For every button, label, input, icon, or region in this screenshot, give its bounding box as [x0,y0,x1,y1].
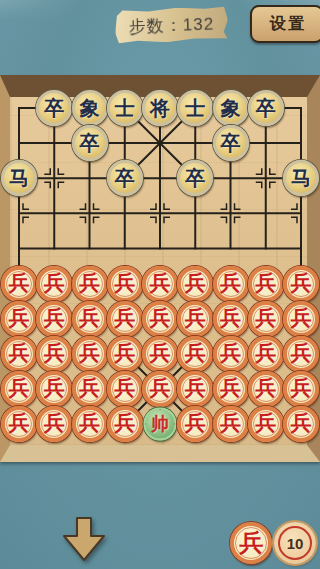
piece-glyph: 马 [291,168,311,188]
piece-red-soldier[interactable]: 兵 [283,406,319,442]
piece-glyph: 兵 [9,413,30,434]
piece-red-soldier[interactable]: 兵 [283,301,319,337]
piece-red-soldier[interactable]: 兵 [1,301,37,337]
piece-red-soldier[interactable]: 兵 [72,301,108,337]
piece-red-soldier[interactable]: 兵 [36,406,72,442]
piece-glyph: 兵 [79,413,100,434]
piece-glyph: 卒 [185,168,205,188]
piece-glyph: 兵 [150,273,171,294]
settings-button-label: 设置 [270,14,308,35]
piece-glyph: 帅 [151,415,169,433]
piece-glyph: 兵 [44,308,65,329]
piece-red-soldier[interactable]: 兵 [177,406,213,442]
piece-black-advisor[interactable]: 士 [107,90,143,126]
piece-red-soldier[interactable]: 兵 [72,266,108,302]
piece-red-soldier[interactable]: 兵 [177,266,213,302]
piece-red-soldier[interactable]: 兵 [1,371,37,407]
piece-glyph: 兵 [114,273,135,294]
piece-glyph: 兵 [291,413,312,434]
piece-black-soldier[interactable]: 卒 [72,125,108,161]
piece-red-soldier[interactable]: 兵 [142,301,178,337]
piece-glyph: 兵 [79,378,100,399]
piece-glyph: 兵 [185,308,206,329]
piece-glyph: 兵 [291,308,312,329]
piece-red-soldier[interactable]: 兵 [177,371,213,407]
piece-black-advisor[interactable]: 士 [177,90,213,126]
piece-glyph: 兵 [114,413,135,434]
piece-red-soldier[interactable]: 兵 [213,336,249,372]
piece-glyph: 象 [80,98,100,118]
settings-button[interactable]: 设置 [250,5,320,43]
piece-glyph: 兵 [255,343,276,364]
piece-glyph: 兵 [150,343,171,364]
piece-red-soldier[interactable]: 兵 [283,336,319,372]
board-field: 卒象士将士象卒卒卒马卒卒马兵兵兵兵兵兵兵兵兵兵兵兵兵兵兵兵兵兵兵兵兵兵兵兵兵兵兵… [10,97,307,445]
piece-glyph: 兵 [150,308,171,329]
piece-red-soldier[interactable]: 兵 [248,336,284,372]
reserve-soldier-glyph: 兵 [239,531,263,555]
piece-red-soldier[interactable]: 兵 [213,266,249,302]
piece-glyph: 卒 [44,98,64,118]
piece-glyph: 兵 [44,378,65,399]
piece-red-soldier[interactable]: 兵 [283,371,319,407]
piece-glyph: 兵 [185,273,206,294]
piece-glyph: 兵 [291,273,312,294]
piece-glyph: 兵 [79,273,100,294]
piece-glyph: 兵 [220,413,241,434]
piece-red-soldier[interactable]: 兵 [36,301,72,337]
piece-glyph: 兵 [44,273,65,294]
piece-glyph: 兵 [79,308,100,329]
piece-red-soldier[interactable]: 兵 [248,266,284,302]
piece-glyph: 兵 [9,343,30,364]
piece-red-soldier[interactable]: 兵 [213,406,249,442]
piece-red-soldier[interactable]: 兵 [177,336,213,372]
piece-red-soldier[interactable]: 兵 [1,336,37,372]
piece-red-soldier[interactable]: 兵 [142,371,178,407]
piece-glyph: 兵 [220,308,241,329]
piece-red-soldier[interactable]: 兵 [72,371,108,407]
piece-glyph: 象 [221,98,241,118]
piece-red-soldier[interactable]: 兵 [107,336,143,372]
piece-glyph: 兵 [255,413,276,434]
piece-red-soldier[interactable]: 兵 [142,336,178,372]
piece-glyph: 兵 [220,378,241,399]
reserve-count-badge: 10 [274,522,316,564]
piece-glyph: 兵 [185,343,206,364]
piece-glyph: 兵 [9,378,30,399]
piece-glyph: 兵 [255,378,276,399]
piece-glyph: 兵 [114,378,135,399]
piece-glyph: 兵 [255,273,276,294]
piece-black-soldier[interactable]: 卒 [177,160,213,196]
piece-glyph: 兵 [114,343,135,364]
piece-black-elephant[interactable]: 象 [72,90,108,126]
piece-glyph: 卒 [80,133,100,153]
down-arrow-icon [64,518,104,560]
piece-red-soldier[interactable]: 兵 [72,406,108,442]
piece-glyph: 兵 [220,343,241,364]
piece-red-soldier[interactable]: 兵 [142,266,178,302]
piece-glyph: 兵 [220,273,241,294]
piece-red-soldier[interactable]: 兵 [248,371,284,407]
piece-red-soldier[interactable]: 兵 [107,301,143,337]
piece-red-soldier[interactable]: 兵 [107,266,143,302]
piece-glyph: 卒 [256,98,276,118]
piece-red-soldier[interactable]: 兵 [36,336,72,372]
piece-glyph: 兵 [114,308,135,329]
piece-glyph: 兵 [9,273,30,294]
piece-red-soldier[interactable]: 兵 [248,301,284,337]
piece-red-soldier[interactable]: 兵 [283,266,319,302]
piece-glyph: 马 [9,168,29,188]
piece-red-general-selected[interactable]: 帅 [144,407,177,440]
piece-glyph: 兵 [44,413,65,434]
piece-black-soldier[interactable]: 卒 [248,90,284,126]
piece-black-general[interactable]: 将 [142,90,178,126]
piece-black-soldier[interactable]: 卒 [36,90,72,126]
piece-glyph: 将 [150,98,170,118]
piece-red-soldier[interactable]: 兵 [36,371,72,407]
piece-glyph: 兵 [9,308,30,329]
piece-glyph: 兵 [44,343,65,364]
reserve-soldier-piece[interactable]: 兵 [230,522,272,564]
piece-glyph: 兵 [255,308,276,329]
down-arrow-button[interactable] [58,516,110,562]
steps-counter-text: 步数：132 [128,12,214,38]
piece-glyph: 兵 [79,343,100,364]
piece-red-soldier[interactable]: 兵 [1,266,37,302]
piece-black-elephant[interactable]: 象 [213,90,249,126]
piece-red-soldier[interactable]: 兵 [107,371,143,407]
piece-glyph: 士 [115,98,135,118]
piece-red-soldier[interactable]: 兵 [72,336,108,372]
piece-red-soldier[interactable]: 兵 [248,406,284,442]
xiangqi-board: 卒象士将士象卒卒卒马卒卒马兵兵兵兵兵兵兵兵兵兵兵兵兵兵兵兵兵兵兵兵兵兵兵兵兵兵兵… [0,75,320,462]
piece-glyph: 兵 [291,378,312,399]
piece-black-horse[interactable]: 马 [283,160,319,196]
reserve-count-text: 10 [287,535,304,552]
piece-glyph: 兵 [291,343,312,364]
piece-red-soldier[interactable]: 兵 [1,406,37,442]
piece-black-soldier[interactable]: 卒 [107,160,143,196]
piece-glyph: 士 [185,98,205,118]
piece-red-soldier[interactable]: 兵 [107,406,143,442]
piece-glyph: 兵 [185,378,206,399]
piece-glyph: 兵 [150,378,171,399]
game-screen: 步数：132 设置 卒象士将士象卒卒卒马卒卒马兵兵兵兵兵兵兵兵兵兵兵兵兵兵兵兵兵… [0,0,320,569]
piece-black-horse[interactable]: 马 [1,160,37,196]
piece-glyph: 卒 [221,133,241,153]
piece-glyph: 兵 [185,413,206,434]
steps-counter: 步数：132 [114,6,228,44]
piece-red-soldier[interactable]: 兵 [213,371,249,407]
piece-black-soldier[interactable]: 卒 [213,125,249,161]
piece-glyph: 卒 [115,168,135,188]
piece-red-soldier[interactable]: 兵 [36,266,72,302]
piece-red-soldier[interactable]: 兵 [213,301,249,337]
piece-red-soldier[interactable]: 兵 [177,301,213,337]
